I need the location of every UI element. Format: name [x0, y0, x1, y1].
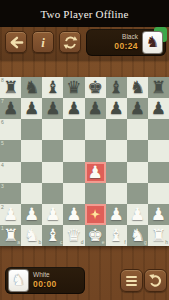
chess-board: 8♜♞♝♛♚♝♞♜7♟♟♟♟♟♟♟♟654♟32♟♟♟♟♟♟♟1a♜b♞c♝d♛… — [0, 77, 169, 246]
rank-label: 7 — [1, 99, 4, 104]
toolbar: i Black 00:24 ♞ — [0, 27, 169, 60]
white-piece-b2: ♟ — [21, 204, 42, 225]
white-piece-g2: ♟ — [127, 204, 148, 225]
white-piece-c2: ♟ — [42, 204, 63, 225]
square-f3[interactable] — [106, 183, 127, 204]
square-g1[interactable]: g♞ — [127, 225, 148, 246]
back-button[interactable] — [5, 31, 27, 53]
black-piece-a7: ♟ — [0, 98, 21, 119]
rank-label: 3 — [1, 184, 4, 189]
square-b6[interactable] — [21, 119, 42, 140]
square-a1[interactable]: 1a♜ — [0, 225, 21, 246]
white-player-clock: 00:00 — [33, 279, 57, 289]
square-c7[interactable]: ♟ — [42, 98, 63, 119]
square-b4[interactable] — [21, 162, 42, 183]
square-d2[interactable]: ♟ — [63, 204, 84, 225]
square-e4[interactable]: ♟ — [85, 162, 106, 183]
square-c3[interactable] — [42, 183, 63, 204]
file-label: d — [81, 240, 84, 245]
black-piece-d7: ♟ — [63, 98, 84, 119]
file-label: e — [102, 240, 105, 245]
white-piece-a2: ♟ — [0, 204, 21, 225]
square-f6[interactable] — [106, 119, 127, 140]
square-d7[interactable]: ♟ — [63, 98, 84, 119]
square-d1[interactable]: d♛ — [63, 225, 84, 246]
black-piece-b8: ♞ — [21, 77, 42, 98]
black-piece-g7: ♟ — [127, 98, 148, 119]
white-piece-h2: ♟ — [148, 204, 169, 225]
black-piece-g8: ♞ — [127, 77, 148, 98]
square-g2[interactable]: ♟ — [127, 204, 148, 225]
app-window: Two Player Offline i Black 00:24 ♞ — [0, 0, 169, 300]
square-a6[interactable]: 6 — [0, 119, 21, 140]
undo-button[interactable] — [144, 269, 167, 292]
black-player-clock: 00:24 — [114, 41, 138, 51]
white-piece-e4: ♟ — [85, 162, 106, 183]
black-piece-c8: ♝ — [42, 77, 63, 98]
white-piece-d1: ♛ — [63, 225, 84, 246]
white-piece-h1: ♜ — [148, 225, 169, 246]
square-f7[interactable]: ♟ — [106, 98, 127, 119]
square-f1[interactable]: f♝ — [106, 225, 127, 246]
square-b5[interactable] — [21, 140, 42, 161]
square-a5[interactable]: 5 — [0, 140, 21, 161]
square-e1[interactable]: e♚ — [85, 225, 106, 246]
white-knight-card: ♞ — [8, 269, 29, 292]
black-piece-h7: ♟ — [148, 98, 169, 119]
square-e3[interactable] — [85, 183, 106, 204]
square-d4[interactable] — [63, 162, 84, 183]
rank-label: 8 — [1, 78, 4, 83]
info-icon: i — [41, 36, 45, 49]
square-a4[interactable]: 4 — [0, 162, 21, 183]
file-label: a — [17, 240, 20, 245]
square-c2[interactable]: ♟ — [42, 204, 63, 225]
black-piece-e8: ♚ — [85, 77, 106, 98]
square-a3[interactable]: 3 — [0, 183, 21, 204]
square-d5[interactable] — [63, 140, 84, 161]
square-a7[interactable]: 7♟ — [0, 98, 21, 119]
square-g7[interactable]: ♟ — [127, 98, 148, 119]
white-piece-b1: ♞ — [21, 225, 42, 246]
square-g5[interactable] — [127, 140, 148, 161]
square-d8[interactable]: ♛ — [63, 77, 84, 98]
white-piece-e1: ♚ — [85, 225, 106, 246]
file-label: h — [165, 240, 168, 245]
white-player-panel: ♞ White 00:00 — [5, 267, 85, 294]
rank-label: 1 — [1, 226, 4, 231]
square-c6[interactable] — [42, 119, 63, 140]
black-piece-c7: ♟ — [42, 98, 63, 119]
rank-label: 4 — [1, 163, 4, 168]
white-piece-c1: ♝ — [42, 225, 63, 246]
square-b3[interactable] — [21, 183, 42, 204]
square-e8[interactable]: ♚ — [85, 77, 106, 98]
square-g4[interactable] — [127, 162, 148, 183]
black-piece-d8: ♛ — [63, 77, 84, 98]
square-h7[interactable]: ♟ — [148, 98, 169, 119]
last-move-origin-marker — [90, 209, 101, 220]
menu-button[interactable] — [120, 269, 143, 292]
back-arrow-icon — [9, 35, 24, 50]
square-e2[interactable] — [85, 204, 106, 225]
square-g3[interactable] — [127, 183, 148, 204]
black-player-panel: Black 00:24 ♞ — [86, 29, 166, 56]
page-title: Two Player Offline — [40, 8, 128, 20]
white-piece-g1: ♞ — [127, 225, 148, 246]
black-knight-card: ♞ — [142, 31, 163, 54]
menu-icon — [126, 276, 137, 278]
square-c4[interactable] — [42, 162, 63, 183]
white-piece-d2: ♟ — [63, 204, 84, 225]
square-f8[interactable]: ♝ — [106, 77, 127, 98]
black-player-label: Black — [122, 33, 138, 40]
white-piece-f2: ♟ — [106, 204, 127, 225]
square-f5[interactable] — [106, 140, 127, 161]
square-e6[interactable] — [85, 119, 106, 140]
square-h2[interactable]: ♟ — [148, 204, 169, 225]
file-label: b — [38, 240, 41, 245]
white-player-label: White — [33, 271, 50, 278]
square-h8[interactable]: ♜ — [148, 77, 169, 98]
square-a8[interactable]: 8♜ — [0, 77, 21, 98]
info-button[interactable]: i — [32, 31, 54, 53]
square-f2[interactable]: ♟ — [106, 204, 127, 225]
file-label: c — [60, 240, 63, 245]
file-label: g — [144, 240, 147, 245]
square-a2[interactable]: 2♟ — [0, 204, 21, 225]
square-b1[interactable]: b♞ — [21, 225, 42, 246]
square-b7[interactable]: ♟ — [21, 98, 42, 119]
square-b8[interactable]: ♞ — [21, 77, 42, 98]
square-h5[interactable] — [148, 140, 169, 161]
undo-icon — [148, 273, 163, 288]
file-label: f — [124, 240, 125, 245]
rank-label: 5 — [1, 141, 4, 146]
square-h6[interactable] — [148, 119, 169, 140]
square-h4[interactable] — [148, 162, 169, 183]
square-d3[interactable] — [63, 183, 84, 204]
black-piece-e7: ♟ — [85, 98, 106, 119]
black-knight-icon: ♞ — [146, 35, 159, 50]
black-piece-b7: ♟ — [21, 98, 42, 119]
black-piece-h8: ♜ — [148, 77, 169, 98]
white-piece-a1: ♜ — [0, 225, 21, 246]
square-b2[interactable]: ♟ — [21, 204, 42, 225]
square-h1[interactable]: h♜ — [148, 225, 169, 246]
square-g8[interactable]: ♞ — [127, 77, 148, 98]
flip-board-button[interactable] — [59, 31, 81, 53]
square-g6[interactable] — [127, 119, 148, 140]
title-bar: Two Player Offline — [0, 0, 169, 27]
flip-board-icon — [63, 35, 78, 50]
square-d6[interactable] — [63, 119, 84, 140]
black-piece-f8: ♝ — [106, 77, 127, 98]
black-piece-f7: ♟ — [106, 98, 127, 119]
square-e5[interactable] — [85, 140, 106, 161]
square-c5[interactable] — [42, 140, 63, 161]
square-h3[interactable] — [148, 183, 169, 204]
white-piece-f1: ♝ — [106, 225, 127, 246]
black-piece-a8: ♜ — [0, 77, 21, 98]
rank-label: 6 — [1, 120, 4, 125]
white-knight-icon: ♞ — [12, 273, 25, 288]
square-c8[interactable]: ♝ — [42, 77, 63, 98]
square-e7[interactable]: ♟ — [85, 98, 106, 119]
square-c1[interactable]: c♝ — [42, 225, 63, 246]
square-f4[interactable] — [106, 162, 127, 183]
rank-label: 2 — [1, 205, 4, 210]
